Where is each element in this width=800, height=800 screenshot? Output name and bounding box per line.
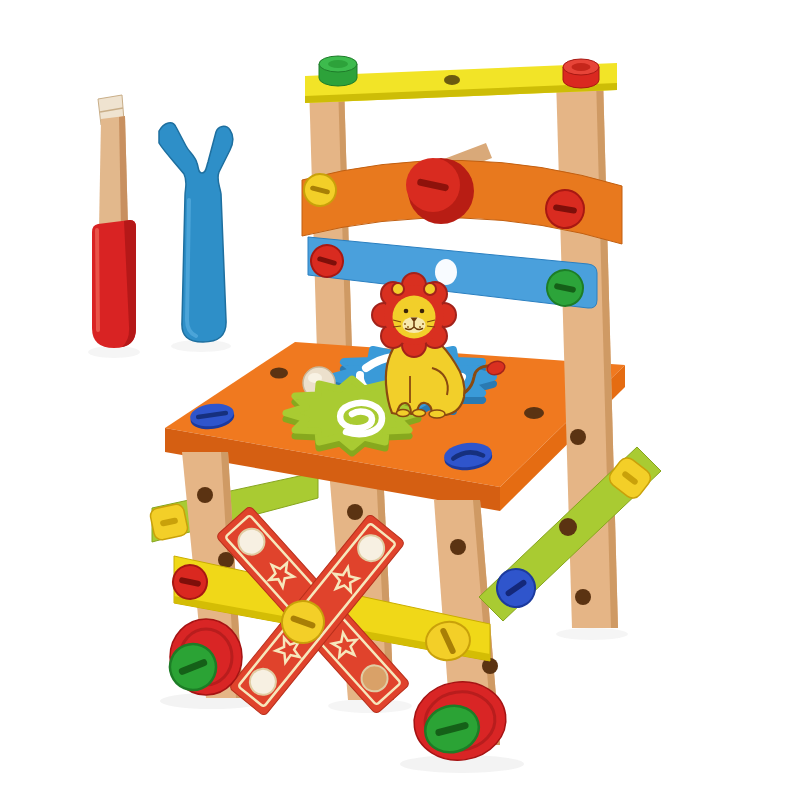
green-slat-hole [559,518,577,536]
top-bar-left-nut [319,56,357,86]
blue-slat-hole [435,259,457,285]
yellow-nut-left [149,503,189,541]
top-bar-right-nut [563,59,599,88]
lion-face [393,296,436,339]
screwdriver [92,95,136,348]
foot-disc-left [163,619,242,697]
wrench-body [159,123,233,342]
product-photo [0,0,800,800]
top-bar-hole [444,75,460,85]
wrench [159,123,233,342]
seat-hole [524,407,544,419]
backrest-blue-slat [307,237,597,309]
foot-disc-right [409,676,511,766]
seat-hole [270,368,288,379]
